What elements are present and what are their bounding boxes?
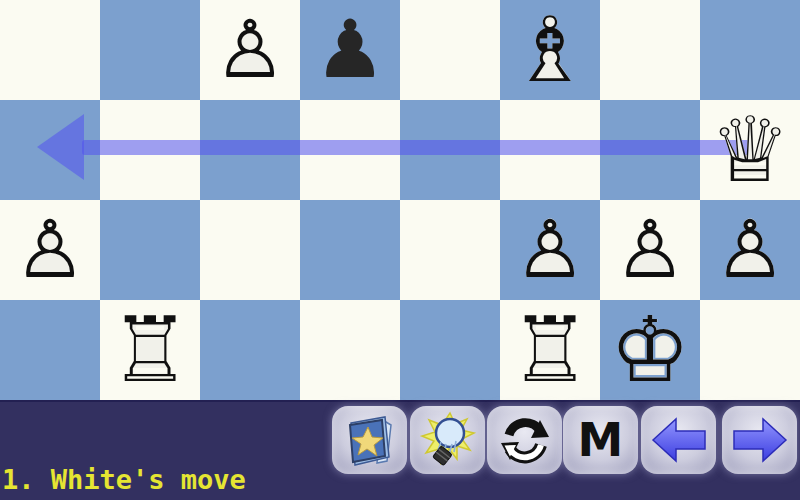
white-rook-piece: ♜♖	[500, 300, 600, 400]
square-d8[interactable]: ♟	[300, 0, 400, 100]
square-b5[interactable]: ♜♖	[100, 300, 200, 400]
square-f6[interactable]: ♟♙	[500, 200, 600, 300]
arrow-right-icon	[731, 411, 789, 469]
rotate-refresh-button[interactable]	[487, 406, 562, 474]
rotate-arrows-icon	[496, 411, 554, 469]
square-g6[interactable]: ♟♙	[600, 200, 700, 300]
square-b6[interactable]	[100, 200, 200, 300]
square-h8[interactable]	[700, 0, 800, 100]
square-e7[interactable]	[400, 100, 500, 200]
square-h6[interactable]: ♟♙	[700, 200, 800, 300]
square-a7[interactable]	[0, 100, 100, 200]
chess-app-window: ♟♙♟♝♗♛♕♟♙♟♙♟♙♟♙♜♖♜♖♚♔ 1. White's move (a…	[0, 0, 800, 500]
square-h5[interactable]	[700, 300, 800, 400]
square-c7[interactable]	[200, 100, 300, 200]
forward-button[interactable]	[722, 406, 797, 474]
lightbulb-icon	[419, 411, 477, 469]
square-a6[interactable]: ♟♙	[0, 200, 100, 300]
square-f8[interactable]: ♝♗	[500, 0, 600, 100]
white-rook-piece: ♜♖	[100, 300, 200, 400]
square-g5[interactable]: ♚♔	[600, 300, 700, 400]
hint-button[interactable]	[410, 406, 485, 474]
white-queen-piece: ♛♕	[700, 100, 800, 200]
white-pawn-piece: ♟♙	[500, 200, 600, 300]
white-bishop-piece: ♝♗	[500, 0, 600, 100]
moves-button[interactable]: M	[563, 406, 638, 474]
square-h7[interactable]: ♛♕	[700, 100, 800, 200]
square-c5[interactable]	[200, 300, 300, 400]
arrow-left-icon	[650, 411, 708, 469]
status-text: 1. White's move (analyzing) *	[2, 405, 246, 500]
status-move-line: 1. White's move	[2, 465, 246, 495]
book-star-icon	[341, 411, 399, 469]
square-g8[interactable]	[600, 0, 700, 100]
square-a8[interactable]	[0, 0, 100, 100]
black-pawn-piece: ♟	[300, 0, 400, 100]
square-a5[interactable]	[0, 300, 100, 400]
square-e8[interactable]	[400, 0, 500, 100]
white-pawn-piece: ♟♙	[200, 0, 300, 100]
square-e6[interactable]	[400, 200, 500, 300]
chess-board: ♟♙♟♝♗♛♕♟♙♟♙♟♙♟♙♜♖♜♖♚♔	[0, 0, 800, 400]
moves-button-label: M	[578, 413, 624, 467]
white-pawn-piece: ♟♙	[700, 200, 800, 300]
white-pawn-piece: ♟♙	[600, 200, 700, 300]
square-d5[interactable]	[300, 300, 400, 400]
square-f5[interactable]: ♜♖	[500, 300, 600, 400]
white-pawn-piece: ♟♙	[0, 200, 100, 300]
square-b7[interactable]	[100, 100, 200, 200]
square-b8[interactable]	[100, 0, 200, 100]
square-e5[interactable]	[400, 300, 500, 400]
control-bar: 1. White's move (analyzing) *	[0, 400, 800, 500]
square-d6[interactable]	[300, 200, 400, 300]
square-d7[interactable]	[300, 100, 400, 200]
opening-book-button[interactable]	[332, 406, 407, 474]
square-c8[interactable]: ♟♙	[200, 0, 300, 100]
square-f7[interactable]	[500, 100, 600, 200]
back-button[interactable]	[641, 406, 716, 474]
square-g7[interactable]	[600, 100, 700, 200]
square-c6[interactable]	[200, 200, 300, 300]
white-king-piece: ♚♔	[600, 300, 700, 400]
